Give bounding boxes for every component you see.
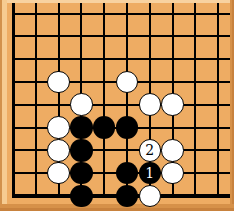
board-bevel-bottom-outer <box>0 208 234 211</box>
white-stone <box>116 71 139 94</box>
go-board: 21 <box>0 0 234 211</box>
move-1-stone-black: 1 <box>139 162 162 185</box>
white-stone <box>161 139 184 162</box>
black-stone <box>70 162 93 185</box>
white-stone <box>139 93 162 116</box>
stones-layer: 21 <box>2 2 230 207</box>
move-number-label: 1 <box>145 166 154 180</box>
white-stone <box>161 162 184 185</box>
black-stone <box>116 185 139 208</box>
move-number-label: 2 <box>145 143 154 157</box>
black-stone <box>70 185 93 208</box>
white-stone <box>47 162 70 185</box>
black-stone <box>116 162 139 185</box>
white-stone <box>70 93 93 116</box>
board-bevel-right-outer <box>232 0 234 211</box>
white-stone <box>47 139 70 162</box>
black-stone <box>93 116 116 139</box>
white-stone <box>47 116 70 139</box>
black-stone <box>70 116 93 139</box>
white-stone <box>139 185 162 208</box>
black-stone <box>116 116 139 139</box>
white-stone <box>161 93 184 116</box>
black-stone <box>70 139 93 162</box>
white-stone <box>47 71 70 94</box>
move-2-stone-white: 2 <box>139 139 162 162</box>
